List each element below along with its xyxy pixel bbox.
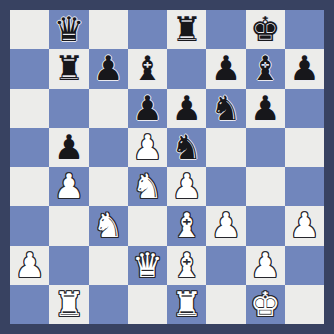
square-c3[interactable]: ♞	[89, 206, 128, 245]
square-e8[interactable]: ♜	[167, 10, 206, 49]
square-b6[interactable]	[49, 89, 88, 128]
square-e5[interactable]: ♞	[167, 128, 206, 167]
square-f6[interactable]: ♞	[206, 89, 245, 128]
square-g1[interactable]: ♚	[246, 285, 285, 324]
square-c5[interactable]	[89, 128, 128, 167]
square-d2[interactable]: ♛	[128, 246, 167, 285]
square-b2[interactable]	[49, 246, 88, 285]
square-d5[interactable]: ♟	[128, 128, 167, 167]
piece-black-pawn: ♟	[93, 49, 123, 88]
square-f2[interactable]	[206, 246, 245, 285]
piece-black-king: ♚	[250, 10, 280, 49]
piece-white-pawn: ♟	[54, 167, 84, 206]
square-g4[interactable]	[246, 167, 285, 206]
piece-black-pawn: ♟	[132, 89, 162, 128]
square-a8[interactable]	[10, 10, 49, 49]
square-d1[interactable]	[128, 285, 167, 324]
piece-white-pawn: ♟	[132, 128, 162, 167]
square-d8[interactable]	[128, 10, 167, 49]
piece-black-rook: ♜	[171, 10, 201, 49]
piece-white-knight: ♞	[132, 167, 162, 206]
piece-white-rook: ♜	[54, 285, 84, 324]
chess-board: ♛♜♚♜♟♝♟♝♟♟♟♞♟♟♟♞♟♞♟♞♝♟♟♟♛♝♟♜♜♚	[10, 10, 324, 324]
piece-white-knight: ♞	[93, 206, 123, 245]
piece-white-queen: ♛	[132, 246, 162, 285]
chess-board-frame: ♛♜♚♜♟♝♟♝♟♟♟♞♟♟♟♞♟♞♟♞♝♟♟♟♛♝♟♜♜♚	[0, 0, 334, 334]
piece-black-knight: ♞	[211, 89, 241, 128]
piece-black-knight: ♞	[171, 128, 201, 167]
piece-white-bishop: ♝	[171, 206, 201, 245]
piece-white-pawn: ♟	[171, 167, 201, 206]
square-e6[interactable]: ♟	[167, 89, 206, 128]
square-g5[interactable]	[246, 128, 285, 167]
square-f8[interactable]	[206, 10, 245, 49]
piece-black-bishop: ♝	[132, 49, 162, 88]
square-d6[interactable]: ♟	[128, 89, 167, 128]
piece-white-bishop: ♝	[171, 246, 201, 285]
square-f4[interactable]	[206, 167, 245, 206]
piece-black-rook: ♜	[54, 49, 84, 88]
square-h2[interactable]	[285, 246, 324, 285]
square-b7[interactable]: ♜	[49, 49, 88, 88]
square-g6[interactable]: ♟	[246, 89, 285, 128]
square-f5[interactable]	[206, 128, 245, 167]
piece-black-pawn: ♟	[54, 128, 84, 167]
square-h3[interactable]: ♟	[285, 206, 324, 245]
square-b5[interactable]: ♟	[49, 128, 88, 167]
piece-black-queen: ♛	[54, 10, 84, 49]
piece-white-pawn: ♟	[250, 246, 280, 285]
square-h4[interactable]	[285, 167, 324, 206]
square-c8[interactable]	[89, 10, 128, 49]
square-f7[interactable]: ♟	[206, 49, 245, 88]
square-h5[interactable]	[285, 128, 324, 167]
piece-white-pawn: ♟	[289, 206, 319, 245]
piece-black-pawn: ♟	[250, 89, 280, 128]
square-a1[interactable]	[10, 285, 49, 324]
piece-black-bishop: ♝	[250, 49, 280, 88]
square-e1[interactable]: ♜	[167, 285, 206, 324]
square-f1[interactable]	[206, 285, 245, 324]
square-b1[interactable]: ♜	[49, 285, 88, 324]
square-b8[interactable]: ♛	[49, 10, 88, 49]
square-e3[interactable]: ♝	[167, 206, 206, 245]
square-a4[interactable]	[10, 167, 49, 206]
square-g7[interactable]: ♝	[246, 49, 285, 88]
square-d7[interactable]: ♝	[128, 49, 167, 88]
piece-white-king: ♚	[250, 285, 280, 324]
piece-white-pawn: ♟	[14, 246, 44, 285]
square-a5[interactable]	[10, 128, 49, 167]
square-a2[interactable]: ♟	[10, 246, 49, 285]
square-g8[interactable]: ♚	[246, 10, 285, 49]
square-d4[interactable]: ♞	[128, 167, 167, 206]
square-h6[interactable]	[285, 89, 324, 128]
square-c6[interactable]	[89, 89, 128, 128]
square-c2[interactable]	[89, 246, 128, 285]
square-a6[interactable]	[10, 89, 49, 128]
square-d3[interactable]	[128, 206, 167, 245]
square-a3[interactable]	[10, 206, 49, 245]
square-g2[interactable]: ♟	[246, 246, 285, 285]
square-g3[interactable]	[246, 206, 285, 245]
square-a7[interactable]	[10, 49, 49, 88]
piece-black-pawn: ♟	[211, 49, 241, 88]
piece-white-pawn: ♟	[211, 206, 241, 245]
square-c1[interactable]	[89, 285, 128, 324]
square-h1[interactable]	[285, 285, 324, 324]
square-c7[interactable]: ♟	[89, 49, 128, 88]
square-e2[interactable]: ♝	[167, 246, 206, 285]
square-e4[interactable]: ♟	[167, 167, 206, 206]
square-b3[interactable]	[49, 206, 88, 245]
square-b4[interactable]: ♟	[49, 167, 88, 206]
square-h8[interactable]	[285, 10, 324, 49]
square-c4[interactable]	[89, 167, 128, 206]
square-f3[interactable]: ♟	[206, 206, 245, 245]
piece-black-pawn: ♟	[171, 89, 201, 128]
square-h7[interactable]: ♟	[285, 49, 324, 88]
piece-white-rook: ♜	[171, 285, 201, 324]
square-e7[interactable]	[167, 49, 206, 88]
piece-black-pawn: ♟	[289, 49, 319, 88]
